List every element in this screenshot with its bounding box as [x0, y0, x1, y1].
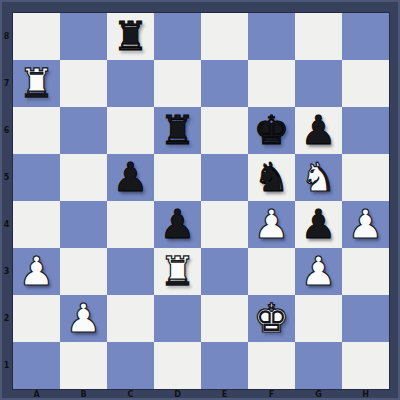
square-c2[interactable] — [107, 295, 154, 342]
piece-white-pawn-h4[interactable]: ♟ — [342, 201, 389, 248]
square-b1[interactable] — [60, 342, 107, 389]
square-e8[interactable] — [201, 13, 248, 60]
file-label-h: H — [342, 389, 389, 400]
square-h2[interactable] — [342, 295, 389, 342]
square-f4[interactable]: ♟ — [248, 201, 295, 248]
square-f8[interactable] — [248, 13, 295, 60]
square-f2[interactable]: ♚ — [248, 295, 295, 342]
square-c4[interactable] — [107, 201, 154, 248]
chess-board[interactable]: ♜♜♜♚♟♟♞♞♟♟♟♟♟♜♟♟♚ — [13, 13, 389, 389]
square-g2[interactable] — [295, 295, 342, 342]
file-label-g: G — [295, 389, 342, 400]
file-label-d: D — [154, 389, 201, 400]
file-labels: ABCDEFGH — [13, 389, 389, 400]
square-a1[interactable] — [13, 342, 60, 389]
square-a2[interactable] — [13, 295, 60, 342]
square-c8[interactable]: ♜ — [107, 13, 154, 60]
square-d3[interactable]: ♜ — [154, 248, 201, 295]
square-b4[interactable] — [60, 201, 107, 248]
square-a4[interactable] — [13, 201, 60, 248]
piece-black-pawn-c5[interactable]: ♟ — [107, 154, 154, 201]
square-e6[interactable] — [201, 107, 248, 154]
square-h6[interactable] — [342, 107, 389, 154]
file-label-f: F — [248, 389, 295, 400]
square-d8[interactable] — [154, 13, 201, 60]
square-g5[interactable]: ♞ — [295, 154, 342, 201]
square-e4[interactable] — [201, 201, 248, 248]
square-h1[interactable] — [342, 342, 389, 389]
square-d6[interactable]: ♜ — [154, 107, 201, 154]
square-g8[interactable] — [295, 13, 342, 60]
square-e5[interactable] — [201, 154, 248, 201]
square-d1[interactable] — [154, 342, 201, 389]
piece-white-pawn-f4[interactable]: ♟ — [248, 201, 295, 248]
piece-white-king-f2[interactable]: ♚ — [248, 295, 295, 342]
square-b2[interactable]: ♟ — [60, 295, 107, 342]
file-label-a: A — [13, 389, 60, 400]
rank-label-2: 2 — [0, 295, 13, 342]
square-d4[interactable]: ♟ — [154, 201, 201, 248]
square-d5[interactable] — [154, 154, 201, 201]
piece-black-rook-c8[interactable]: ♜ — [107, 13, 154, 60]
piece-white-pawn-g3[interactable]: ♟ — [295, 248, 342, 295]
board-frame: 87654321 ♜♜♜♚♟♟♞♞♟♟♟♟♟♜♟♟♚ ABCDEFGH — [0, 0, 400, 400]
rank-label-5: 5 — [0, 154, 13, 201]
square-g1[interactable] — [295, 342, 342, 389]
square-b3[interactable] — [60, 248, 107, 295]
piece-black-king-f6[interactable]: ♚ — [248, 107, 295, 154]
piece-white-pawn-a3[interactable]: ♟ — [13, 248, 60, 295]
square-f3[interactable] — [248, 248, 295, 295]
square-f5[interactable]: ♞ — [248, 154, 295, 201]
piece-black-pawn-g6[interactable]: ♟ — [295, 107, 342, 154]
square-h8[interactable] — [342, 13, 389, 60]
square-a6[interactable] — [13, 107, 60, 154]
rank-label-3: 3 — [0, 248, 13, 295]
file-label-c: C — [107, 389, 154, 400]
square-e1[interactable] — [201, 342, 248, 389]
square-g4[interactable]: ♟ — [295, 201, 342, 248]
square-f6[interactable]: ♚ — [248, 107, 295, 154]
rank-label-4: 4 — [0, 201, 13, 248]
square-b5[interactable] — [60, 154, 107, 201]
square-g7[interactable] — [295, 60, 342, 107]
square-d2[interactable] — [154, 295, 201, 342]
square-e3[interactable] — [201, 248, 248, 295]
square-e2[interactable] — [201, 295, 248, 342]
square-g6[interactable]: ♟ — [295, 107, 342, 154]
square-c5[interactable]: ♟ — [107, 154, 154, 201]
square-h4[interactable]: ♟ — [342, 201, 389, 248]
square-b8[interactable] — [60, 13, 107, 60]
piece-black-pawn-g4[interactable]: ♟ — [295, 201, 342, 248]
piece-black-pawn-d4[interactable]: ♟ — [154, 201, 201, 248]
square-e7[interactable] — [201, 60, 248, 107]
square-h5[interactable] — [342, 154, 389, 201]
square-h7[interactable] — [342, 60, 389, 107]
rank-label-8: 8 — [0, 13, 13, 60]
square-c6[interactable] — [107, 107, 154, 154]
square-d7[interactable] — [154, 60, 201, 107]
piece-black-knight-f5[interactable]: ♞ — [248, 154, 295, 201]
square-a3[interactable]: ♟ — [13, 248, 60, 295]
square-c7[interactable] — [107, 60, 154, 107]
file-label-e: E — [201, 389, 248, 400]
piece-white-pawn-b2[interactable]: ♟ — [60, 295, 107, 342]
square-c1[interactable] — [107, 342, 154, 389]
piece-white-rook-a7[interactable]: ♜ — [13, 60, 60, 107]
square-f7[interactable] — [248, 60, 295, 107]
rank-label-1: 1 — [0, 342, 13, 389]
piece-black-rook-d6[interactable]: ♜ — [154, 107, 201, 154]
rank-labels: 87654321 — [0, 13, 13, 389]
rank-label-7: 7 — [0, 60, 13, 107]
square-g3[interactable]: ♟ — [295, 248, 342, 295]
square-b6[interactable] — [60, 107, 107, 154]
piece-white-knight-g5[interactable]: ♞ — [295, 154, 342, 201]
square-a8[interactable] — [13, 13, 60, 60]
square-b7[interactable] — [60, 60, 107, 107]
square-f1[interactable] — [248, 342, 295, 389]
square-c3[interactable] — [107, 248, 154, 295]
square-a7[interactable]: ♜ — [13, 60, 60, 107]
square-a5[interactable] — [13, 154, 60, 201]
rank-label-6: 6 — [0, 107, 13, 154]
square-h3[interactable] — [342, 248, 389, 295]
piece-white-rook-d3[interactable]: ♜ — [154, 248, 201, 295]
file-label-b: B — [60, 389, 107, 400]
